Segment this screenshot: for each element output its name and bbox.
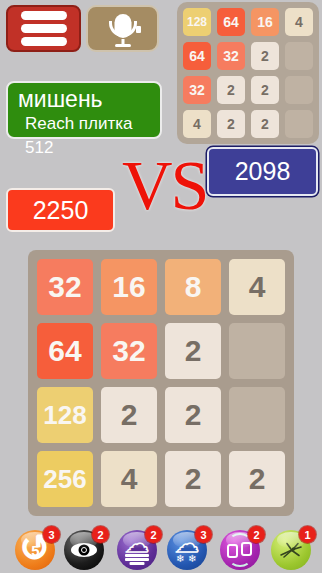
tile-2: 2 [251,76,279,104]
tile-2: 2 [165,323,221,379]
tile-32: 32 [37,259,93,315]
microphone-icon [103,8,143,50]
snow-powerup-button[interactable]: ☁ ❄❄ 3 [167,530,207,570]
empty-cell [285,76,313,104]
badge-count: 1 [299,526,316,543]
tile-2: 2 [217,76,245,104]
badge-count: 3 [43,526,60,543]
tile-2: 2 [165,451,221,507]
dragonfly-icon [278,541,304,559]
game-screen: 12864164643223222422 мишень Reach плитка… [0,0,322,573]
tile-2: 2 [101,387,157,443]
powerup-dock: ↺ 5 3 2 ☁ 2 ☁ ❄❄ 3 [0,530,322,570]
tile-4: 4 [101,451,157,507]
eye-icon [71,543,97,557]
tile-2: 2 [217,110,245,138]
tile-64: 64 [37,323,93,379]
voice-button[interactable] [86,5,159,52]
player-score-value: 2250 [33,196,89,225]
tile-8: 8 [165,259,221,315]
tile-128: 128 [183,8,211,36]
undo-5-label: 5 [31,542,39,559]
fog-powerup-button[interactable]: ☁ 2 [117,530,157,570]
empty-cell [229,387,285,443]
vs-label: VS [122,148,206,224]
opponent-board: 12864164643223222422 [177,2,319,144]
hamburger-menu-icon [21,11,67,46]
tile-32: 32 [183,76,211,104]
tile-2: 2 [251,110,279,138]
dragonfly-powerup-button[interactable]: 1 [271,530,311,570]
empty-cell [285,42,313,70]
badge-count: 2 [248,526,265,543]
goal-banner: мишень Reach плитка 512 [6,81,162,139]
empty-cell [229,323,285,379]
tile-128: 128 [37,387,93,443]
tile-4: 4 [229,259,285,315]
player-board[interactable]: 3216846432212822256422 [28,250,294,516]
badge-count: 3 [195,526,212,543]
tile-4: 4 [285,8,313,36]
badge-count: 2 [92,526,109,543]
empty-cell [285,110,313,138]
opponent-score: 2098 [207,147,318,196]
tile-2: 2 [251,42,279,70]
tile-64: 64 [217,8,245,36]
tile-4: 4 [183,110,211,138]
goal-title: мишень [18,86,160,112]
player-score: 2250 [6,188,115,232]
tile-64: 64 [183,42,211,70]
swap-powerup-button[interactable]: 2 [220,530,260,570]
tile-32: 32 [217,42,245,70]
tile-16: 16 [251,8,279,36]
tile-256: 256 [37,451,93,507]
opponent-score-value: 2098 [235,157,291,186]
tile-16: 16 [101,259,157,315]
menu-button[interactable] [6,5,81,52]
eye-powerup-button[interactable]: 2 [64,530,104,570]
badge-count: 2 [145,526,162,543]
undo-5-powerup-button[interactable]: ↺ 5 3 [15,530,55,570]
tile-32: 32 [101,323,157,379]
tile-2: 2 [165,387,221,443]
tile-2: 2 [229,451,285,507]
